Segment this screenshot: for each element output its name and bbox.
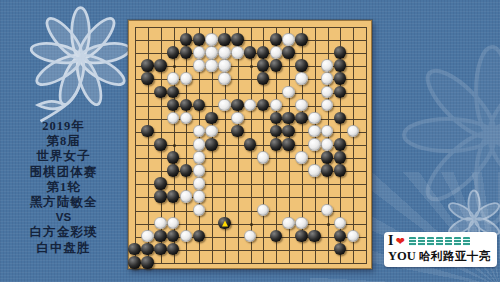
white-stone <box>180 72 193 85</box>
flower-icon <box>18 0 143 125</box>
black-stone <box>167 46 180 59</box>
white-stone <box>308 112 321 125</box>
white-stone <box>205 33 218 46</box>
jar-icon <box>463 237 470 246</box>
logo-row-1: I ❤ <box>388 234 493 248</box>
caption-line-event1: 世界女子 <box>0 149 127 164</box>
grid-line <box>135 184 367 185</box>
white-stone <box>321 59 334 72</box>
caption-line-edition: 第8届 <box>0 134 127 149</box>
grid-line <box>135 263 367 264</box>
black-stone <box>167 243 180 256</box>
black-stone <box>295 230 308 243</box>
white-stone <box>154 217 167 230</box>
white-stone <box>347 125 360 138</box>
match-caption: 2019年 第8届 世界女子 围棋团体赛 第1轮 黑方陆敏全 VS 白方金彩瑛 … <box>0 119 127 256</box>
logo-cjk-text: 哈利路亚十亮 <box>419 249 491 264</box>
white-stone <box>180 112 193 125</box>
white-stone <box>270 99 283 112</box>
white-stone <box>167 72 180 85</box>
black-stone <box>257 59 270 72</box>
black-stone <box>167 151 180 164</box>
logo-word-you: YOU <box>388 249 416 264</box>
grid-line <box>353 27 354 264</box>
white-stone <box>205 46 218 59</box>
black-stone <box>270 112 283 125</box>
black-stone <box>334 230 347 243</box>
black-stone <box>257 72 270 85</box>
black-stone <box>193 230 206 243</box>
black-stone <box>231 125 244 138</box>
caption-line-event2: 围棋团体赛 <box>0 165 127 180</box>
heart-icon: ❤ <box>395 236 404 247</box>
black-stone <box>334 72 347 85</box>
black-stone <box>334 86 347 99</box>
black-stone <box>282 138 295 151</box>
black-stone <box>154 190 167 203</box>
black-stone <box>270 138 283 151</box>
white-stone <box>244 99 257 112</box>
star-point <box>173 144 176 147</box>
black-stone <box>141 243 154 256</box>
white-stone <box>167 217 180 230</box>
black-stone <box>167 190 180 203</box>
white-stone <box>193 164 206 177</box>
caption-line-white-player: 白方金彩瑛 <box>0 225 127 240</box>
black-stone <box>295 33 308 46</box>
jar-icon <box>436 237 443 246</box>
black-stone <box>282 112 295 125</box>
white-stone <box>180 190 193 203</box>
white-stone <box>321 86 334 99</box>
white-stone <box>193 59 206 72</box>
black-stone <box>167 230 180 243</box>
grid-line <box>366 27 367 264</box>
white-stone <box>257 151 270 164</box>
white-stone <box>308 125 321 138</box>
black-stone <box>334 138 347 151</box>
black-stone <box>193 33 206 46</box>
white-stone <box>218 46 231 59</box>
black-stone <box>128 256 141 269</box>
black-stone <box>205 138 218 151</box>
logo-row-2: YOU 哈利路亚十亮 <box>388 249 493 264</box>
black-stone <box>282 46 295 59</box>
white-stone <box>295 151 308 164</box>
white-stone <box>193 177 206 190</box>
black-stone <box>334 151 347 164</box>
black-stone <box>141 72 154 85</box>
watermark-logo: I ❤ YOU 哈利路亚十亮 <box>384 232 497 267</box>
black-stone <box>167 164 180 177</box>
white-stone <box>347 230 360 243</box>
black-stone <box>205 112 218 125</box>
white-stone <box>167 112 180 125</box>
black-stone <box>321 164 334 177</box>
black-stone <box>334 59 347 72</box>
jar-icon <box>427 237 434 246</box>
black-stone <box>128 243 141 256</box>
black-stone <box>154 230 167 243</box>
star-point <box>327 223 330 226</box>
black-stone <box>231 99 244 112</box>
black-stone <box>270 33 283 46</box>
black-stone <box>180 46 193 59</box>
black-stone <box>257 99 270 112</box>
white-stone <box>205 125 218 138</box>
white-stone <box>270 46 283 59</box>
white-stone <box>308 164 321 177</box>
black-stone <box>334 243 347 256</box>
black-stone <box>154 59 167 72</box>
caption-line-year: 2019年 <box>0 119 127 134</box>
black-stone <box>270 230 283 243</box>
black-stone <box>193 99 206 112</box>
white-stone <box>295 72 308 85</box>
black-stone <box>321 151 334 164</box>
black-stone <box>141 125 154 138</box>
black-stone <box>334 46 347 59</box>
white-stone <box>308 138 321 151</box>
white-stone <box>282 217 295 230</box>
go-board <box>128 20 372 269</box>
black-stone <box>334 112 347 125</box>
jar-icon <box>445 237 452 246</box>
white-stone <box>205 59 218 72</box>
white-stone <box>295 217 308 230</box>
black-stone <box>295 112 308 125</box>
black-stone <box>167 99 180 112</box>
white-stone <box>321 204 334 217</box>
white-stone <box>193 138 206 151</box>
black-stone <box>141 59 154 72</box>
white-stone <box>218 72 231 85</box>
white-stone <box>334 217 347 230</box>
white-stone <box>218 99 231 112</box>
white-stone <box>295 99 308 112</box>
white-stone <box>193 151 206 164</box>
white-stone <box>231 112 244 125</box>
black-stone <box>282 125 295 138</box>
black-stone <box>154 86 167 99</box>
caption-line-round: 第1轮 <box>0 180 127 195</box>
black-stone <box>180 33 193 46</box>
white-stone <box>193 125 206 138</box>
black-stone <box>154 177 167 190</box>
white-stone <box>193 204 206 217</box>
white-stone <box>193 190 206 203</box>
star-point <box>250 223 253 226</box>
white-stone <box>257 204 270 217</box>
jar-icon <box>418 237 425 246</box>
marked-black-stone <box>218 217 231 230</box>
black-stone <box>231 33 244 46</box>
white-stone <box>193 46 206 59</box>
black-stone <box>244 138 257 151</box>
caption-line-vs: VS <box>0 210 127 225</box>
white-stone <box>218 59 231 72</box>
caption-line-black-player: 黑方陆敏全 <box>0 195 127 210</box>
white-stone <box>141 230 154 243</box>
black-stone <box>244 46 257 59</box>
black-stone <box>334 164 347 177</box>
white-stone <box>282 33 295 46</box>
star-point <box>173 65 176 68</box>
black-stone <box>270 59 283 72</box>
black-stone <box>218 33 231 46</box>
white-stone <box>321 72 334 85</box>
logo-letter-i: I <box>388 235 393 247</box>
white-stone <box>180 230 193 243</box>
black-stone <box>141 256 154 269</box>
white-stone <box>244 230 257 243</box>
black-stone <box>154 138 167 151</box>
black-stone <box>270 125 283 138</box>
black-stone <box>257 46 270 59</box>
jar-icon <box>409 237 416 246</box>
black-stone <box>180 99 193 112</box>
black-stone <box>180 164 193 177</box>
black-stone <box>167 86 180 99</box>
stone-jar-icons <box>409 237 470 246</box>
star-point <box>250 65 253 68</box>
white-stone <box>321 99 334 112</box>
jar-icon <box>454 237 461 246</box>
white-stone <box>321 138 334 151</box>
black-stone <box>295 59 308 72</box>
screenshot-root: 2019年 第8届 世界女子 围棋团体赛 第1轮 黑方陆敏全 VS 白方金彩瑛 … <box>0 0 500 282</box>
white-stone <box>231 46 244 59</box>
triangle-marker-icon <box>222 220 228 226</box>
black-stone <box>308 230 321 243</box>
caption-line-result: 白中盘胜 <box>0 241 127 256</box>
white-stone <box>282 86 295 99</box>
black-stone <box>154 243 167 256</box>
white-stone <box>321 125 334 138</box>
